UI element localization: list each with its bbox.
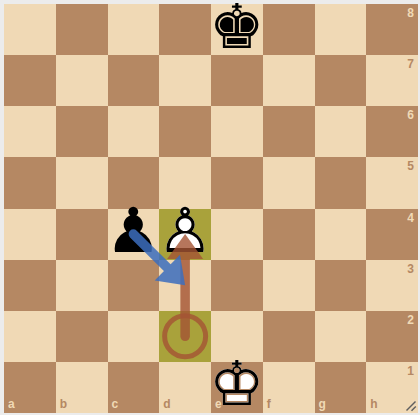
square-c6[interactable] (108, 106, 160, 157)
square-d6[interactable] (159, 106, 211, 157)
square-e1[interactable]: e♚♔ (211, 362, 263, 413)
file-label-a: a (8, 398, 15, 410)
rank-label-6: 6 (407, 109, 414, 121)
square-c1[interactable]: c (108, 362, 160, 413)
square-d7[interactable] (159, 55, 211, 106)
square-h6[interactable]: 6 (366, 106, 418, 157)
square-e3[interactable] (211, 260, 263, 311)
square-c2[interactable] (108, 311, 160, 362)
white-king-glyph: ♚ (209, 353, 265, 415)
square-e7[interactable] (211, 55, 263, 106)
square-h5[interactable]: 5 (366, 157, 418, 208)
square-f6[interactable] (263, 106, 315, 157)
square-b6[interactable] (56, 106, 108, 157)
square-d1[interactable]: d (159, 362, 211, 413)
square-a8[interactable] (4, 4, 56, 55)
square-h2[interactable]: 2 (366, 311, 418, 362)
rank-label-1: 1 (407, 365, 414, 377)
square-a2[interactable] (4, 311, 56, 362)
square-c3[interactable] (108, 260, 160, 311)
square-f2[interactable] (263, 311, 315, 362)
square-f5[interactable] (263, 157, 315, 208)
square-b2[interactable] (56, 311, 108, 362)
square-c5[interactable] (108, 157, 160, 208)
white-pawn-outline-glyph: ♙ (157, 200, 213, 262)
square-f4[interactable] (263, 209, 315, 260)
square-g4[interactable] (315, 209, 367, 260)
square-e2[interactable] (211, 311, 263, 362)
black-king-glyph: ♚ (209, 0, 265, 57)
square-a1[interactable]: a (4, 362, 56, 413)
rank-label-7: 7 (407, 58, 414, 70)
square-g6[interactable] (315, 106, 367, 157)
square-e8[interactable]: ♚ (211, 4, 263, 55)
square-b7[interactable] (56, 55, 108, 106)
rank-label-5: 5 (407, 160, 414, 172)
rank-label-8: 8 (407, 7, 414, 19)
square-e5[interactable] (211, 157, 263, 208)
file-label-f: f (267, 398, 271, 410)
square-g1[interactable]: g (315, 362, 367, 413)
white-pawn-glyph: ♟ (157, 200, 213, 262)
chess-board[interactable]: ♚8765♟♟♙432abcde♚♔fgh1 (4, 4, 418, 413)
square-h3[interactable]: 3 (366, 260, 418, 311)
square-a5[interactable] (4, 157, 56, 208)
square-h7[interactable]: 7 (366, 55, 418, 106)
rank-label-2: 2 (407, 314, 414, 326)
rank-label-4: 4 (407, 212, 414, 224)
square-b8[interactable] (56, 4, 108, 55)
square-g3[interactable] (315, 260, 367, 311)
square-h4[interactable]: 4 (366, 209, 418, 260)
square-f8[interactable] (263, 4, 315, 55)
rank-label-3: 3 (407, 263, 414, 275)
square-g5[interactable] (315, 157, 367, 208)
file-label-b: b (60, 398, 67, 410)
white-king-outline-glyph: ♔ (209, 353, 265, 415)
square-g2[interactable] (315, 311, 367, 362)
square-g8[interactable] (315, 4, 367, 55)
square-b3[interactable] (56, 260, 108, 311)
resize-handle-icon[interactable] (405, 400, 417, 412)
square-c7[interactable] (108, 55, 160, 106)
square-c8[interactable] (108, 4, 160, 55)
square-h8[interactable]: 8 (366, 4, 418, 55)
file-label-g: g (319, 398, 326, 410)
square-f1[interactable]: f (263, 362, 315, 413)
square-b4[interactable] (56, 209, 108, 260)
black-pawn-c4[interactable]: ♟ (108, 209, 160, 260)
square-d4[interactable]: ♟♙ (159, 209, 211, 260)
square-d5[interactable] (159, 157, 211, 208)
square-f7[interactable] (263, 55, 315, 106)
square-a7[interactable] (4, 55, 56, 106)
square-c4[interactable]: ♟ (108, 209, 160, 260)
square-b1[interactable]: b (56, 362, 108, 413)
square-b5[interactable] (56, 157, 108, 208)
square-d3[interactable] (159, 260, 211, 311)
square-d8[interactable] (159, 4, 211, 55)
square-a6[interactable] (4, 106, 56, 157)
square-f3[interactable] (263, 260, 315, 311)
square-e6[interactable] (211, 106, 263, 157)
square-d2[interactable] (159, 311, 211, 362)
page-background: { "game": "chess", "position": { "fen": … (0, 0, 420, 415)
square-a4[interactable] (4, 209, 56, 260)
square-g7[interactable] (315, 55, 367, 106)
black-king-e8[interactable]: ♚ (211, 4, 263, 55)
white-king-e1[interactable]: ♚♔ (211, 362, 263, 413)
file-label-h: h (370, 398, 377, 410)
file-label-d: d (163, 398, 170, 410)
square-e4[interactable] (211, 209, 263, 260)
file-label-c: c (112, 398, 119, 410)
square-a3[interactable] (4, 260, 56, 311)
white-pawn-d4[interactable]: ♟♙ (159, 209, 211, 260)
black-pawn-glyph: ♟ (106, 200, 162, 262)
